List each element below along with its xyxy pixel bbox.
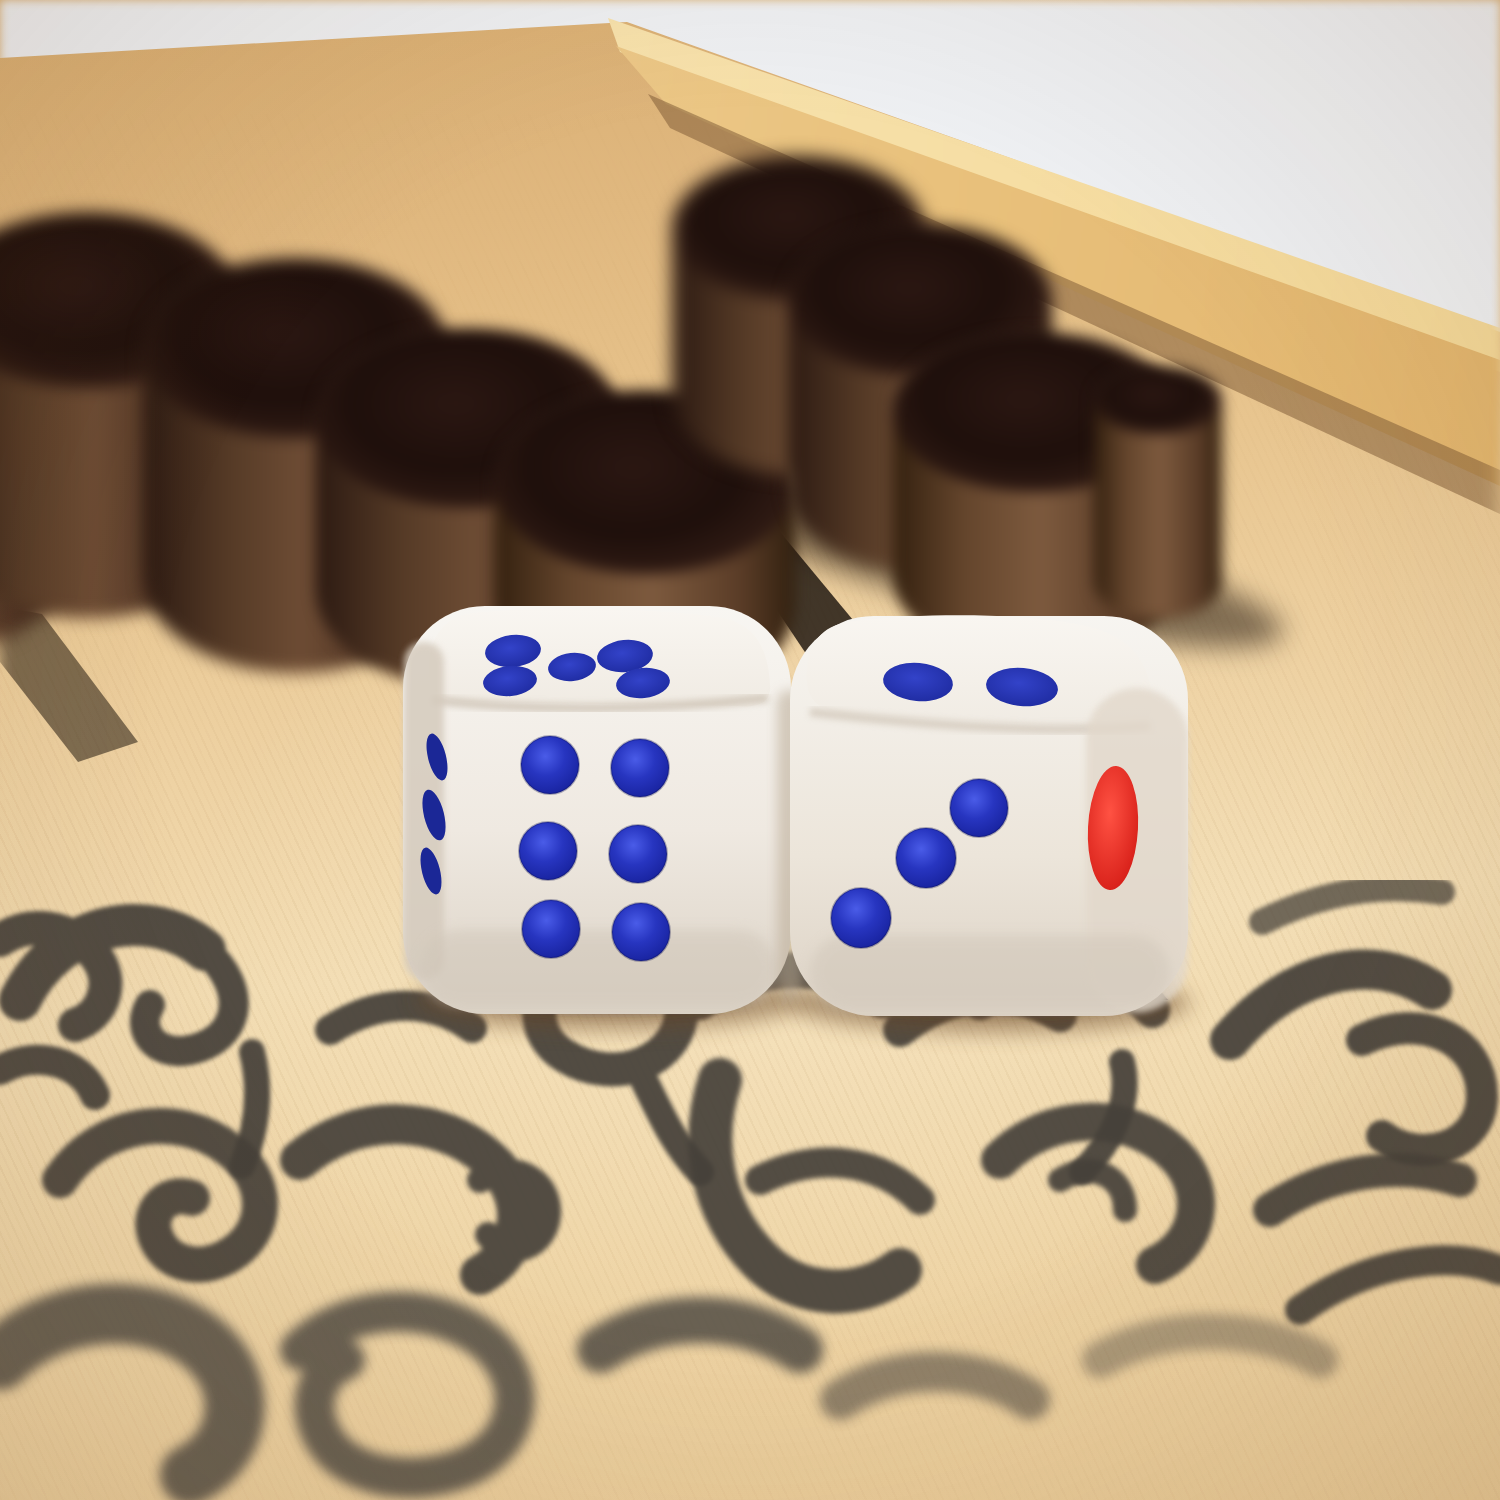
- scene: [0, 0, 1500, 1500]
- vignette: [0, 0, 1500, 1500]
